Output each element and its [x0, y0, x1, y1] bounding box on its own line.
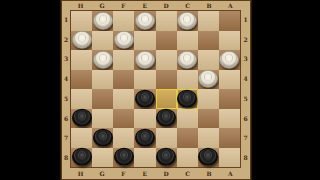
- square-g5[interactable]: [92, 89, 113, 109]
- black-man-e7[interactable]: [135, 128, 155, 146]
- white-man-e1[interactable]: [135, 11, 155, 29]
- rank-label-left-1: 1: [62, 10, 70, 30]
- file-label-bottom-b: B: [198, 168, 219, 179]
- white-man-c3[interactable]: [177, 50, 197, 68]
- file-label-top-c: C: [177, 1, 198, 10]
- file-label-bottom-e: E: [134, 168, 155, 179]
- rank-label-left-7: 7: [62, 129, 70, 149]
- square-c2[interactable]: [177, 31, 198, 51]
- square-d6[interactable]: [156, 109, 177, 129]
- file-label-bottom-c: C: [177, 168, 198, 179]
- rank-label-right-5: 5: [241, 89, 250, 109]
- square-c5[interactable]: [177, 89, 198, 109]
- square-g4[interactable]: [92, 70, 113, 90]
- square-h7[interactable]: [71, 128, 92, 148]
- checkers-board: HGFEDCBAHGFEDCBA1234567812345678: [61, 0, 251, 180]
- square-c3[interactable]: [177, 50, 198, 70]
- square-c6[interactable]: [177, 109, 198, 129]
- board-squares: [70, 10, 241, 168]
- rank-label-right-8: 8: [241, 148, 250, 168]
- rank-label-right-7: 7: [241, 129, 250, 149]
- black-man-h8[interactable]: [72, 148, 92, 166]
- white-man-h2[interactable]: [72, 31, 92, 49]
- file-label-bottom-f: F: [113, 168, 134, 179]
- square-f1[interactable]: [113, 11, 134, 31]
- square-g1[interactable]: [92, 11, 113, 31]
- square-d8[interactable]: [156, 148, 177, 168]
- square-b5[interactable]: [198, 89, 219, 109]
- square-g2[interactable]: [92, 31, 113, 51]
- square-b2[interactable]: [198, 31, 219, 51]
- rank-label-left-8: 8: [62, 148, 70, 168]
- white-man-b4[interactable]: [198, 70, 218, 88]
- file-label-top-b: B: [198, 1, 219, 10]
- file-label-top-a: A: [220, 1, 241, 10]
- white-man-a3[interactable]: [219, 50, 239, 68]
- square-e1[interactable]: [134, 11, 155, 31]
- file-label-bottom-d: D: [156, 168, 177, 179]
- square-a5[interactable]: [219, 89, 240, 109]
- black-man-f8[interactable]: [114, 148, 134, 166]
- file-label-top-g: G: [91, 1, 112, 10]
- square-a6[interactable]: [219, 109, 240, 129]
- square-d4[interactable]: [156, 70, 177, 90]
- file-label-top-h: H: [70, 1, 91, 10]
- rank-label-left-6: 6: [62, 109, 70, 129]
- white-man-f2[interactable]: [114, 31, 134, 49]
- white-man-c1[interactable]: [177, 11, 197, 29]
- file-label-bottom-g: G: [91, 168, 112, 179]
- square-g6[interactable]: [92, 109, 113, 129]
- file-label-top-d: D: [156, 1, 177, 10]
- square-a7[interactable]: [219, 128, 240, 148]
- square-f6[interactable]: [113, 109, 134, 129]
- square-f7[interactable]: [113, 128, 134, 148]
- square-h4[interactable]: [71, 70, 92, 90]
- black-man-h6[interactable]: [72, 109, 92, 127]
- square-a3[interactable]: [219, 50, 240, 70]
- square-e2[interactable]: [134, 31, 155, 51]
- rank-label-left-5: 5: [62, 89, 70, 109]
- square-c1[interactable]: [177, 11, 198, 31]
- rank-label-left-4: 4: [62, 69, 70, 89]
- square-g7[interactable]: [92, 128, 113, 148]
- square-d7[interactable]: [156, 128, 177, 148]
- black-man-e5[interactable]: [135, 89, 155, 107]
- square-g8[interactable]: [92, 148, 113, 168]
- square-d2[interactable]: [156, 31, 177, 51]
- square-e6[interactable]: [134, 109, 155, 129]
- black-man-d6[interactable]: [156, 109, 176, 127]
- black-man-g7[interactable]: [93, 128, 113, 146]
- square-f2[interactable]: [113, 31, 134, 51]
- white-man-e3[interactable]: [135, 50, 155, 68]
- square-b7[interactable]: [198, 128, 219, 148]
- square-c4[interactable]: [177, 70, 198, 90]
- square-c7[interactable]: [177, 128, 198, 148]
- square-d5[interactable]: [156, 89, 177, 109]
- rank-label-right-4: 4: [241, 69, 250, 89]
- square-f5[interactable]: [113, 89, 134, 109]
- square-e3[interactable]: [134, 50, 155, 70]
- square-f3[interactable]: [113, 50, 134, 70]
- rank-label-right-1: 1: [241, 10, 250, 30]
- black-man-c5[interactable]: [177, 89, 197, 107]
- rank-label-right-2: 2: [241, 30, 250, 50]
- square-e5[interactable]: [134, 89, 155, 109]
- black-man-d8[interactable]: [156, 148, 176, 166]
- square-e8[interactable]: [134, 148, 155, 168]
- square-b8[interactable]: [198, 148, 219, 168]
- file-label-bottom-h: H: [70, 168, 91, 179]
- rank-label-left-3: 3: [62, 50, 70, 70]
- square-d3[interactable]: [156, 50, 177, 70]
- white-man-g3[interactable]: [93, 50, 113, 68]
- square-a4[interactable]: [219, 70, 240, 90]
- file-label-top-e: E: [134, 1, 155, 10]
- black-man-b8[interactable]: [198, 148, 218, 166]
- square-a1[interactable]: [219, 11, 240, 31]
- square-c8[interactable]: [177, 148, 198, 168]
- square-h1[interactable]: [71, 11, 92, 31]
- square-h5[interactable]: [71, 89, 92, 109]
- square-h6[interactable]: [71, 109, 92, 129]
- square-b4[interactable]: [198, 70, 219, 90]
- square-g3[interactable]: [92, 50, 113, 70]
- square-f8[interactable]: [113, 148, 134, 168]
- square-a2[interactable]: [219, 31, 240, 51]
- rank-label-right-6: 6: [241, 109, 250, 129]
- rank-label-right-3: 3: [241, 50, 250, 70]
- square-b1[interactable]: [198, 11, 219, 31]
- square-e7[interactable]: [134, 128, 155, 148]
- square-f4[interactable]: [113, 70, 134, 90]
- square-d1[interactable]: [156, 11, 177, 31]
- file-label-top-f: F: [113, 1, 134, 10]
- square-e4[interactable]: [134, 70, 155, 90]
- square-a8[interactable]: [219, 148, 240, 168]
- file-label-bottom-a: A: [220, 168, 241, 179]
- square-h3[interactable]: [71, 50, 92, 70]
- white-man-g1[interactable]: [93, 11, 113, 29]
- square-h8[interactable]: [71, 148, 92, 168]
- rank-label-left-2: 2: [62, 30, 70, 50]
- square-b6[interactable]: [198, 109, 219, 129]
- square-h2[interactable]: [71, 31, 92, 51]
- square-b3[interactable]: [198, 50, 219, 70]
- app-background: HGFEDCBAHGFEDCBA1234567812345678: [0, 0, 320, 180]
